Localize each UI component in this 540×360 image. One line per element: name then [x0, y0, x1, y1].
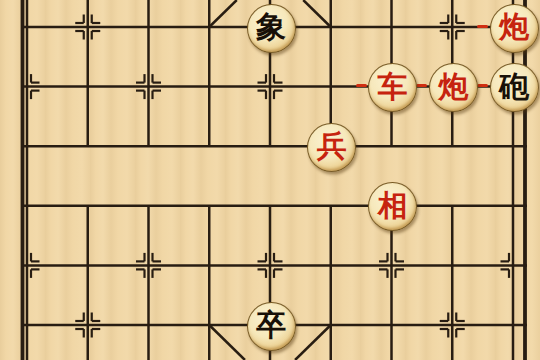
black-soldier-glyph: 卒 — [256, 310, 286, 340]
xiangqi-board[interactable]: 象炮车炮砲兵相卒 — [0, 0, 540, 360]
piece-red-soldier-f6r5[interactable]: 兵 — [307, 123, 356, 172]
red-cannon-glyph: 炮 — [438, 72, 468, 102]
red-soldier-glyph: 兵 — [317, 131, 347, 161]
piece-red-elephant-f7r6[interactable]: 相 — [368, 182, 417, 231]
last-move-marker-dash — [416, 84, 427, 87]
piece-red-chariot-f7r4[interactable]: 车 — [368, 63, 417, 112]
last-move-marker-dash — [477, 25, 488, 28]
piece-black-cannon-f9r4[interactable]: 砲 — [490, 63, 539, 112]
red-elephant-glyph: 相 — [378, 191, 408, 221]
red-chariot-glyph: 车 — [378, 72, 408, 102]
black-cannon-glyph: 砲 — [499, 72, 529, 102]
piece-red-cannon-f9r3[interactable]: 炮 — [490, 4, 539, 53]
piece-red-cannon-f8r4[interactable]: 炮 — [429, 63, 478, 112]
last-move-marker-dash — [356, 84, 367, 87]
red-cannon-glyph: 炮 — [499, 12, 529, 42]
last-move-marker-dash — [477, 84, 488, 87]
black-elephant-glyph: 象 — [256, 12, 286, 42]
piece-black-elephant-f5r3[interactable]: 象 — [247, 4, 296, 53]
piece-black-soldier-f5r8[interactable]: 卒 — [247, 302, 296, 351]
